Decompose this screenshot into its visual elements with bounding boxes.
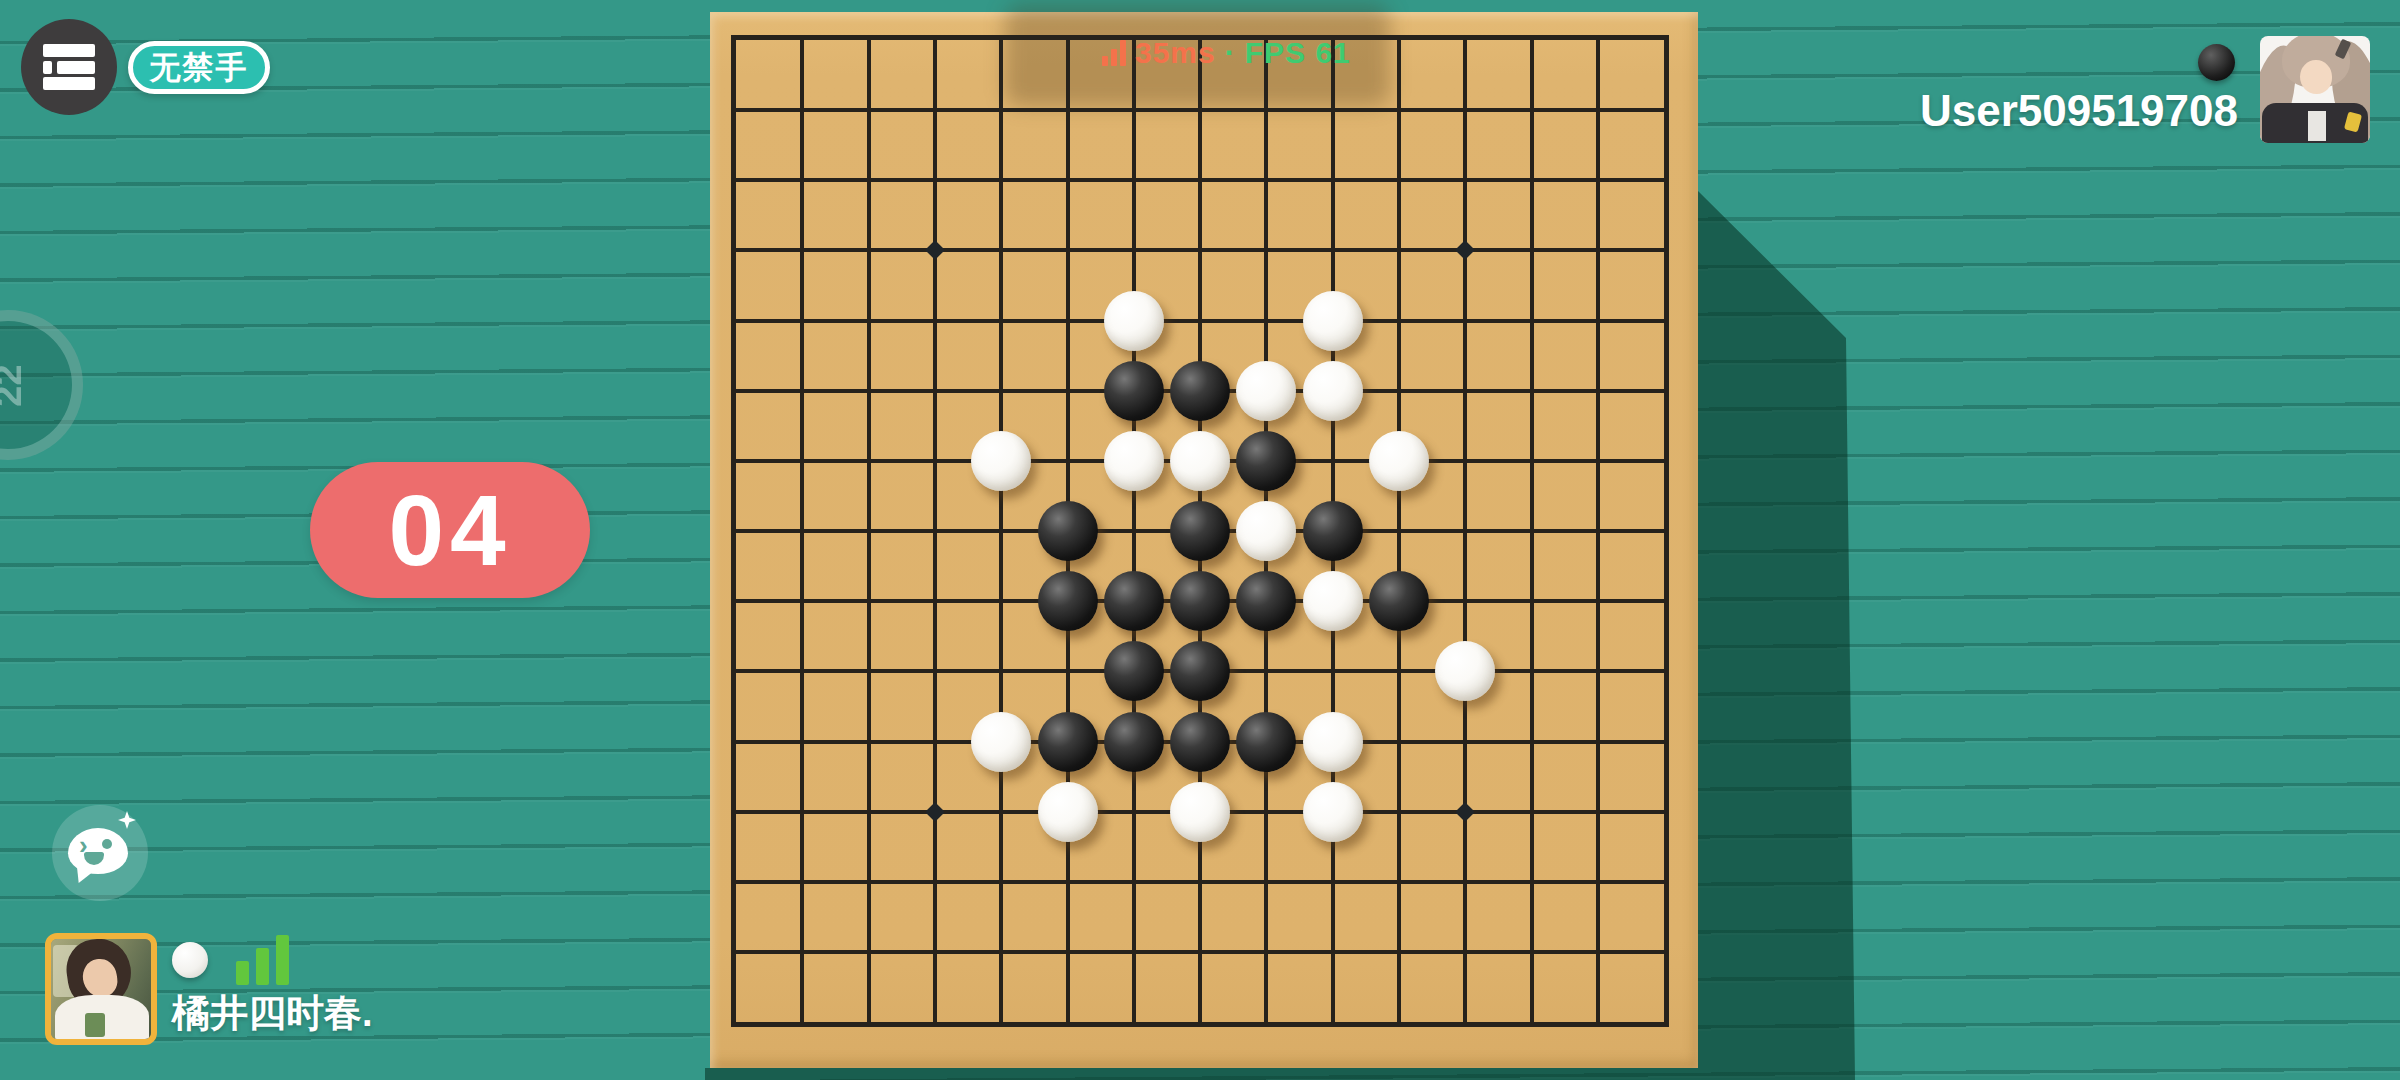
emoji-chat-button[interactable]: › — [52, 805, 148, 901]
black-stone-indicator — [2198, 44, 2235, 81]
grid-line — [1596, 38, 1600, 1024]
black-stone — [1303, 501, 1363, 561]
smile-mouth-icon — [84, 852, 104, 865]
bottom-player-avatar[interactable] — [45, 933, 157, 1045]
grid-line — [1463, 38, 1467, 1024]
white-stone — [1170, 782, 1230, 842]
black-stone — [1038, 712, 1098, 772]
grid-line — [1530, 38, 1534, 1024]
rule-badge-label: 无禁手 — [150, 47, 249, 89]
chat-bubble-icon: › — [68, 828, 128, 874]
white-stone — [1303, 712, 1363, 772]
fps-value: FPS 61 — [1245, 36, 1351, 70]
white-stone — [1303, 291, 1363, 351]
white-stone — [1303, 361, 1363, 421]
black-stone — [1369, 571, 1429, 631]
white-stone — [971, 431, 1031, 491]
debug-overlay: 35ms · FPS 61 — [1102, 36, 1351, 70]
rule-badge: 无禁手 — [128, 41, 270, 94]
bottom-player-name: 橘井四时春. — [172, 988, 373, 1039]
white-stone-indicator — [172, 942, 208, 978]
top-player-avatar[interactable] — [2260, 36, 2370, 143]
white-stone — [1170, 431, 1230, 491]
black-stone — [1038, 501, 1098, 561]
top-player-name: User509519708 — [1920, 86, 2238, 136]
white-stone — [1303, 782, 1363, 842]
black-stone — [1104, 571, 1164, 631]
grid-line — [734, 880, 1666, 884]
menu-button[interactable] — [21, 19, 117, 115]
signal-bars-icon — [1102, 40, 1126, 66]
black-stone — [1104, 361, 1164, 421]
grid-line — [1397, 38, 1401, 1024]
black-stone — [1170, 501, 1230, 561]
round-eye-icon — [102, 839, 112, 849]
connection-signal-icon — [236, 935, 289, 985]
grid-line — [734, 950, 1666, 954]
move-timer-badge: 04 — [310, 462, 590, 598]
white-stone — [1104, 291, 1164, 351]
white-stone — [1236, 361, 1296, 421]
side-timer-value: 22 — [0, 364, 30, 406]
black-stone — [1236, 712, 1296, 772]
gomoku-board[interactable] — [710, 12, 1698, 1068]
black-stone — [1170, 361, 1230, 421]
white-stone — [1369, 431, 1429, 491]
white-stone — [971, 712, 1031, 772]
black-stone — [1170, 712, 1230, 772]
black-stone — [1236, 431, 1296, 491]
game-screen: 35ms · FPS 61 无禁手 04 22 › — [0, 0, 2400, 1080]
white-stone — [1303, 571, 1363, 631]
debug-separator: · — [1225, 36, 1236, 70]
black-stone — [1104, 641, 1164, 701]
black-stone — [1104, 712, 1164, 772]
hamburger-icon — [43, 44, 95, 90]
white-stone — [1038, 782, 1098, 842]
black-stone — [1038, 571, 1098, 631]
white-stone — [1104, 431, 1164, 491]
move-timer-value: 04 — [388, 473, 511, 588]
black-stone — [1170, 571, 1230, 631]
ping-value: 35ms — [1135, 36, 1216, 70]
